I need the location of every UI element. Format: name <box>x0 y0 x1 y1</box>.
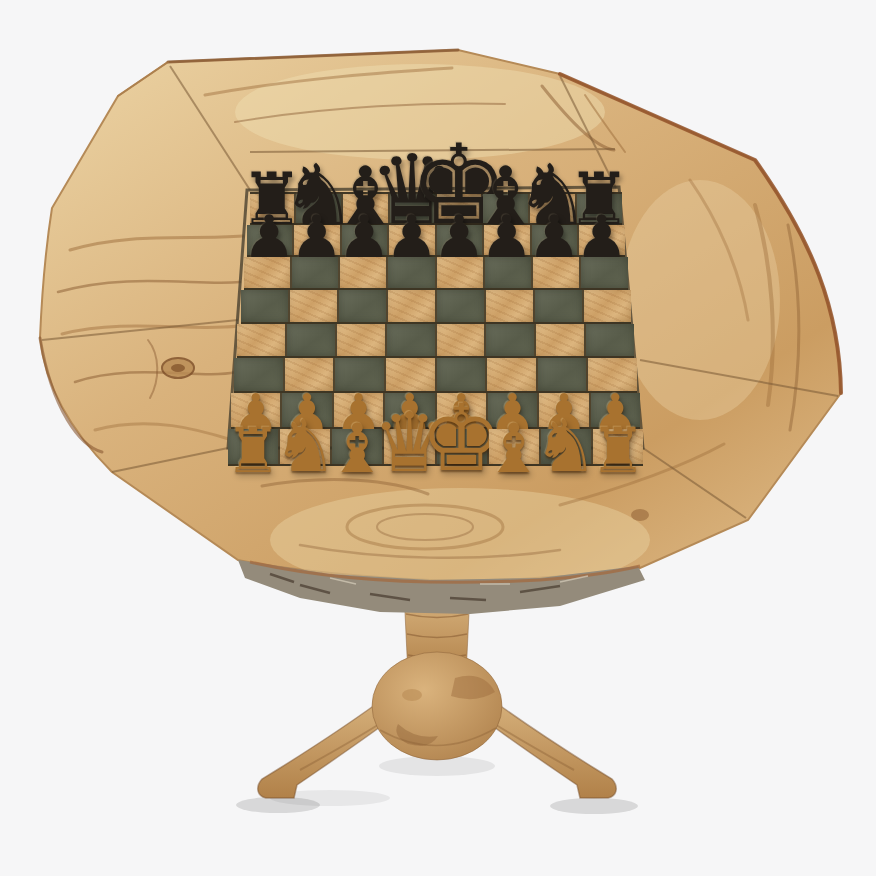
square-a5 <box>241 290 288 322</box>
square-c7: ♟ <box>342 225 388 255</box>
square-g2: ♟ <box>539 393 588 427</box>
square-e4 <box>437 324 485 356</box>
square-b3 <box>285 358 334 391</box>
square-d4 <box>387 324 435 356</box>
square-e7: ♟ <box>437 225 483 255</box>
square-b2: ♟ <box>282 393 331 427</box>
square-h6 <box>581 257 627 288</box>
square-g7: ♟ <box>532 225 578 255</box>
square-c1: ♝ <box>332 429 382 464</box>
square-c2: ♟ <box>334 393 383 427</box>
square-c3 <box>335 358 384 391</box>
square-g5 <box>535 290 582 322</box>
square-c6 <box>340 257 386 288</box>
square-b6 <box>292 257 338 288</box>
board-rank-1: ♜♞♝♛♚♝♞♜ <box>228 429 643 466</box>
square-h7: ♟ <box>579 225 625 255</box>
square-g3 <box>538 358 587 391</box>
square-f7: ♟ <box>484 225 530 255</box>
square-d7: ♟ <box>389 225 435 255</box>
pedestal-hub <box>372 652 502 760</box>
square-e8: ♚ <box>437 194 482 223</box>
square-e6 <box>437 257 483 288</box>
square-a8: ♜ <box>250 194 295 223</box>
square-a7: ♟ <box>247 225 293 255</box>
square-e2: ♟ <box>437 393 486 427</box>
square-b8: ♞ <box>296 194 341 223</box>
square-e5 <box>437 290 484 322</box>
square-a3 <box>234 358 283 391</box>
square-h5 <box>584 290 631 322</box>
square-b5 <box>290 290 337 322</box>
square-d1: ♛ <box>384 429 434 464</box>
square-c8: ♝ <box>343 194 388 223</box>
square-d5 <box>388 290 435 322</box>
square-h8: ♜ <box>577 194 622 223</box>
square-d6 <box>388 257 434 288</box>
board-rank-8: ♜♞♝♛♚♝♞♜ <box>250 192 622 225</box>
square-f2: ♟ <box>488 393 537 427</box>
square-d3 <box>386 358 435 391</box>
square-e1: ♚ <box>437 429 487 464</box>
square-f8: ♝ <box>483 194 528 223</box>
square-e3 <box>437 358 486 391</box>
square-d2: ♟ <box>385 393 434 427</box>
square-f6 <box>485 257 531 288</box>
square-g8: ♞ <box>530 194 575 223</box>
square-f4 <box>486 324 534 356</box>
chess-table-photo: ♜♞♝♛♚♝♞♜♟♟♟♟♟♟♟♟♟♟♟♟♟♟♟♟♜♞♝♛♚♝♞♜ <box>0 0 876 876</box>
board-rank-7: ♟♟♟♟♟♟♟♟ <box>247 225 625 257</box>
square-h1: ♜ <box>593 429 643 464</box>
square-a1: ♜ <box>228 429 278 464</box>
square-b4 <box>287 324 335 356</box>
board-rank-6 <box>244 257 628 290</box>
board-rank-5 <box>241 290 631 324</box>
square-f5 <box>486 290 533 322</box>
square-h3 <box>588 358 637 391</box>
square-b1: ♞ <box>280 429 330 464</box>
square-a6 <box>244 257 290 288</box>
square-f1: ♝ <box>489 429 539 464</box>
square-f3 <box>487 358 536 391</box>
board-rank-2: ♟♟♟♟♟♟♟♟ <box>231 393 640 429</box>
square-g6 <box>533 257 579 288</box>
square-d8: ♛ <box>390 194 435 223</box>
board-rank-4 <box>237 324 634 358</box>
square-c5 <box>339 290 386 322</box>
board-rank-3 <box>234 358 637 393</box>
square-a4 <box>237 324 285 356</box>
square-b7: ♟ <box>294 225 340 255</box>
square-g1: ♞ <box>541 429 591 464</box>
chess-board: ♜♞♝♛♚♝♞♜♟♟♟♟♟♟♟♟♟♟♟♟♟♟♟♟♜♞♝♛♚♝♞♜ <box>228 192 643 448</box>
square-g4 <box>536 324 584 356</box>
square-a2: ♟ <box>231 393 280 427</box>
square-h2: ♟ <box>591 393 640 427</box>
square-h4 <box>586 324 634 356</box>
square-c4 <box>337 324 385 356</box>
